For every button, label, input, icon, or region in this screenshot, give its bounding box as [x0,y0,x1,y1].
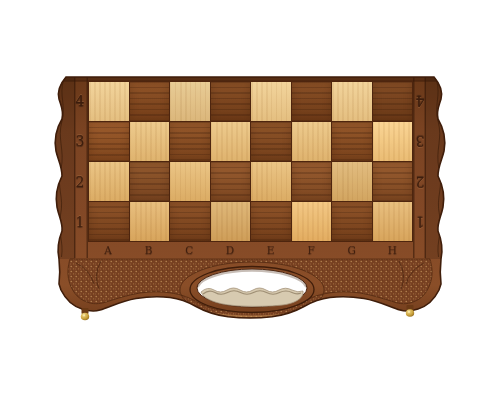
square-H3 [373,122,413,161]
rank-label-right-4: 4 [409,81,431,121]
square-E2 [251,162,291,201]
rank-label-right-2: 2 [409,162,431,202]
file-label-C: C [169,242,210,258]
square-F3 [292,122,332,161]
rank-label-left-3: 3 [69,121,91,161]
square-A2 [89,162,129,201]
square-D2 [211,162,251,201]
square-E1 [251,202,291,241]
file-label-G: G [332,242,373,258]
brass-foot-left [81,308,89,320]
rank-label-right-1: 1 [409,202,431,242]
file-label-E: E [251,242,292,258]
square-B1 [130,202,170,241]
square-C2 [170,162,210,201]
chess-case-photo: 4321 4321 ABCDEFGH [0,0,500,400]
square-C3 [170,122,210,161]
square-D3 [211,122,251,161]
square-G4 [332,82,372,121]
square-B2 [130,162,170,201]
square-A3 [89,122,129,161]
file-label-F: F [291,242,332,258]
brass-foot-right [406,305,414,317]
square-E4 [251,82,291,121]
rank-label-left-1: 1 [69,202,91,242]
square-D4 [211,82,251,121]
square-C4 [170,82,210,121]
rank-label-right-3: 3 [409,121,431,161]
file-label-D: D [210,242,251,258]
square-A1 [89,202,129,241]
file-label-H: H [372,242,413,258]
rank-labels-left: 4321 [69,81,91,242]
square-B4 [130,82,170,121]
square-B3 [130,122,170,161]
square-E3 [251,122,291,161]
square-H2 [373,162,413,201]
file-label-A: A [88,242,129,258]
rank-labels-right: 4321 [409,81,431,242]
square-H1 [373,202,413,241]
square-G2 [332,162,372,201]
square-F2 [292,162,332,201]
file-labels-bottom: ABCDEFGH [88,242,413,258]
square-H4 [373,82,413,121]
file-label-B: B [129,242,170,258]
square-G3 [332,122,372,161]
square-A4 [89,82,129,121]
board-grid [88,81,413,242]
square-C1 [170,202,210,241]
square-F1 [292,202,332,241]
rank-label-left-2: 2 [69,162,91,202]
square-D1 [211,202,251,241]
rank-label-left-4: 4 [69,81,91,121]
square-G1 [332,202,372,241]
square-F4 [292,82,332,121]
